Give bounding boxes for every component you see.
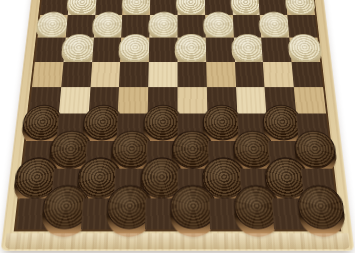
piece-top-rings <box>231 34 266 62</box>
dark-piece[interactable] <box>48 199 82 230</box>
square-3-5[interactable] <box>149 15 177 38</box>
square-5-3[interactable] <box>90 62 120 87</box>
square-8-2[interactable] <box>54 141 87 169</box>
square-4-8[interactable] <box>234 38 264 62</box>
square-5-1[interactable] <box>32 62 63 87</box>
light-piece[interactable] <box>68 0 97 15</box>
square-6-4[interactable] <box>118 87 148 113</box>
piece-top-rings <box>175 34 209 62</box>
light-piece[interactable] <box>177 38 206 62</box>
board-grid <box>14 0 342 231</box>
square-4-3[interactable] <box>92 38 122 62</box>
light-piece[interactable] <box>231 0 259 15</box>
dark-piece[interactable] <box>177 141 208 169</box>
dark-piece[interactable] <box>147 113 177 140</box>
square-7-5[interactable] <box>147 113 177 140</box>
square-5-8[interactable] <box>235 62 265 87</box>
light-piece[interactable] <box>260 15 290 38</box>
square-4-6[interactable] <box>177 38 206 62</box>
light-piece[interactable] <box>93 15 122 38</box>
light-piece[interactable] <box>285 0 314 15</box>
square-3-3[interactable] <box>93 15 122 38</box>
square-7-9[interactable] <box>267 113 299 140</box>
square-10-2[interactable] <box>48 199 82 230</box>
piece-top-rings <box>203 12 235 38</box>
light-piece[interactable] <box>37 15 67 38</box>
square-8-6[interactable] <box>177 141 208 169</box>
square-2-6[interactable] <box>177 0 204 15</box>
piece-top-rings <box>118 34 152 62</box>
square-6-8[interactable] <box>236 87 267 113</box>
light-piece[interactable] <box>123 0 151 15</box>
square-7-3[interactable] <box>87 113 119 140</box>
square-3-1[interactable] <box>37 15 67 38</box>
square-6-6[interactable] <box>177 87 207 113</box>
dark-piece[interactable] <box>87 113 119 140</box>
dark-piece[interactable] <box>238 141 270 169</box>
dark-piece[interactable] <box>304 199 339 230</box>
square-10-4[interactable] <box>113 199 146 230</box>
square-3-9[interactable] <box>260 15 290 38</box>
square-8-10[interactable] <box>299 141 333 169</box>
square-7-7[interactable] <box>207 113 238 140</box>
square-8-4[interactable] <box>116 141 148 169</box>
square-2-4[interactable] <box>123 0 151 15</box>
square-7-1[interactable] <box>26 113 59 140</box>
square-5-7[interactable] <box>206 62 236 87</box>
dark-piece[interactable] <box>207 113 238 140</box>
square-5-2[interactable] <box>61 62 92 87</box>
dark-piece[interactable] <box>26 113 59 140</box>
square-5-9[interactable] <box>263 62 294 87</box>
dark-piece[interactable] <box>116 141 148 169</box>
square-6-10[interactable] <box>294 87 326 113</box>
light-piece[interactable] <box>234 38 264 62</box>
light-piece[interactable] <box>290 38 321 62</box>
square-4-4[interactable] <box>120 38 149 62</box>
square-2-8[interactable] <box>231 0 259 15</box>
square-10-8[interactable] <box>241 199 275 230</box>
photo-background <box>0 0 355 253</box>
dark-piece[interactable] <box>299 141 333 169</box>
light-piece[interactable] <box>63 38 93 62</box>
square-3-7[interactable] <box>205 15 234 38</box>
square-4-5[interactable] <box>149 38 178 62</box>
board-frame-front <box>5 233 351 249</box>
draughts-board <box>1 0 355 251</box>
square-6-2[interactable] <box>59 87 90 113</box>
piece-top-rings <box>142 105 182 140</box>
square-4-10[interactable] <box>290 38 321 62</box>
dark-piece[interactable] <box>241 199 275 230</box>
square-10-10[interactable] <box>304 199 339 230</box>
square-2-2[interactable] <box>68 0 97 15</box>
light-piece[interactable] <box>120 38 149 62</box>
square-10-6[interactable] <box>177 199 209 230</box>
dark-piece[interactable] <box>113 199 146 230</box>
square-4-7[interactable] <box>206 38 235 62</box>
dark-piece[interactable] <box>177 199 209 230</box>
light-piece[interactable] <box>177 0 204 15</box>
square-5-4[interactable] <box>119 62 149 87</box>
dark-piece[interactable] <box>54 141 87 169</box>
light-piece[interactable] <box>149 15 177 38</box>
square-2-10[interactable] <box>285 0 314 15</box>
square-5-10[interactable] <box>292 62 323 87</box>
square-5-6[interactable] <box>177 62 206 87</box>
dark-piece[interactable] <box>267 113 299 140</box>
piece-top-rings <box>148 12 180 38</box>
square-5-5[interactable] <box>148 62 177 87</box>
square-8-8[interactable] <box>238 141 270 169</box>
light-piece[interactable] <box>205 15 234 38</box>
square-4-2[interactable] <box>63 38 93 62</box>
